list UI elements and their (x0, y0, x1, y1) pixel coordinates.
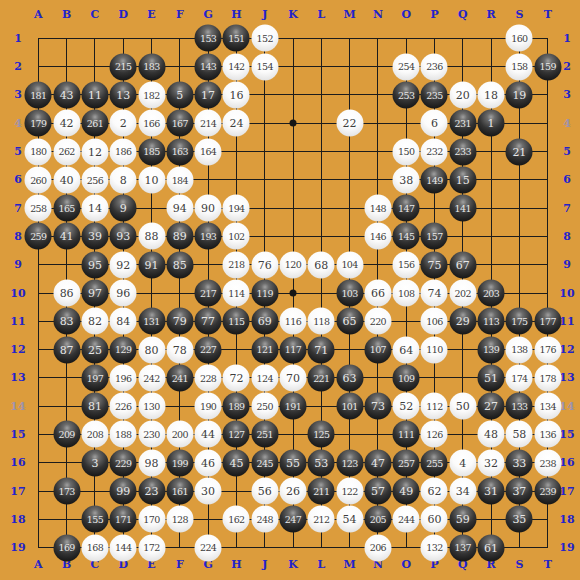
point-G14[interactable]: 190 (194, 392, 222, 420)
point-D11[interactable]: 84 (109, 307, 137, 335)
point-H10[interactable]: 114 (222, 279, 250, 307)
point-N1[interactable] (364, 24, 392, 52)
point-M11[interactable]: 65 (335, 307, 363, 335)
point-Q12[interactable] (449, 335, 477, 363)
point-K7[interactable] (279, 194, 307, 222)
point-K3[interactable] (279, 81, 307, 109)
point-S8[interactable] (505, 222, 533, 250)
point-F10[interactable] (166, 279, 194, 307)
point-D16[interactable]: 229 (109, 449, 137, 477)
point-R18[interactable] (477, 505, 505, 533)
point-C14[interactable]: 81 (81, 392, 109, 420)
point-M3[interactable] (335, 81, 363, 109)
point-G8[interactable]: 193 (194, 222, 222, 250)
point-K14[interactable]: 191 (279, 392, 307, 420)
point-J1[interactable]: 152 (251, 24, 279, 52)
point-B5[interactable]: 262 (52, 137, 80, 165)
point-F16[interactable]: 199 (166, 449, 194, 477)
point-G16[interactable]: 46 (194, 449, 222, 477)
point-F15[interactable]: 200 (166, 420, 194, 448)
point-R15[interactable]: 48 (477, 420, 505, 448)
point-R14[interactable]: 27 (477, 392, 505, 420)
point-H5[interactable] (222, 137, 250, 165)
point-F3[interactable]: 5 (166, 81, 194, 109)
point-B3[interactable]: 43 (52, 81, 80, 109)
point-P4[interactable]: 6 (420, 109, 448, 137)
point-L6[interactable] (307, 166, 335, 194)
point-G4[interactable]: 214 (194, 109, 222, 137)
point-N6[interactable] (364, 166, 392, 194)
point-B11[interactable]: 83 (52, 307, 80, 335)
point-L5[interactable] (307, 137, 335, 165)
point-H14[interactable]: 189 (222, 392, 250, 420)
point-S13[interactable]: 174 (505, 364, 533, 392)
point-Q4[interactable]: 231 (449, 109, 477, 137)
point-N12[interactable]: 107 (364, 335, 392, 363)
point-L10[interactable] (307, 279, 335, 307)
point-P10[interactable]: 74 (420, 279, 448, 307)
point-D3[interactable]: 13 (109, 81, 137, 109)
point-S1[interactable]: 160 (505, 24, 533, 52)
point-L13[interactable]: 221 (307, 364, 335, 392)
point-C9[interactable]: 95 (81, 251, 109, 279)
point-N18[interactable]: 205 (364, 505, 392, 533)
point-D13[interactable]: 196 (109, 364, 137, 392)
point-M5[interactable] (335, 137, 363, 165)
point-E15[interactable]: 230 (137, 420, 165, 448)
point-O11[interactable] (392, 307, 420, 335)
point-M1[interactable] (335, 24, 363, 52)
point-L3[interactable] (307, 81, 335, 109)
point-H9[interactable]: 218 (222, 251, 250, 279)
point-F9[interactable]: 85 (166, 251, 194, 279)
point-F8[interactable]: 89 (166, 222, 194, 250)
point-M13[interactable]: 63 (335, 364, 363, 392)
point-N3[interactable] (364, 81, 392, 109)
point-R9[interactable] (477, 251, 505, 279)
point-F6[interactable]: 184 (166, 166, 194, 194)
point-H16[interactable]: 45 (222, 449, 250, 477)
point-B18[interactable] (52, 505, 80, 533)
point-B7[interactable]: 165 (52, 194, 80, 222)
point-O15[interactable]: 111 (392, 420, 420, 448)
point-L16[interactable]: 53 (307, 449, 335, 477)
point-H7[interactable]: 194 (222, 194, 250, 222)
point-E4[interactable]: 166 (137, 109, 165, 137)
point-S3[interactable]: 19 (505, 81, 533, 109)
point-S11[interactable]: 175 (505, 307, 533, 335)
point-N17[interactable]: 57 (364, 477, 392, 505)
point-L18[interactable]: 212 (307, 505, 335, 533)
point-O2[interactable]: 254 (392, 52, 420, 80)
point-K18[interactable]: 247 (279, 505, 307, 533)
point-G18[interactable] (194, 505, 222, 533)
point-E16[interactable]: 98 (137, 449, 165, 477)
point-F11[interactable]: 79 (166, 307, 194, 335)
point-R1[interactable] (477, 24, 505, 52)
point-J15[interactable]: 251 (251, 420, 279, 448)
point-N13[interactable] (364, 364, 392, 392)
point-M16[interactable]: 123 (335, 449, 363, 477)
point-R4[interactable]: 1 (477, 109, 505, 137)
point-M8[interactable] (335, 222, 363, 250)
point-O3[interactable]: 253 (392, 81, 420, 109)
point-O8[interactable]: 145 (392, 222, 420, 250)
point-H18[interactable]: 162 (222, 505, 250, 533)
point-B10[interactable]: 86 (52, 279, 80, 307)
point-G9[interactable] (194, 251, 222, 279)
point-M6[interactable] (335, 166, 363, 194)
point-K15[interactable] (279, 420, 307, 448)
point-R6[interactable] (477, 166, 505, 194)
point-F7[interactable]: 94 (166, 194, 194, 222)
point-P6[interactable]: 149 (420, 166, 448, 194)
point-D1[interactable] (109, 24, 137, 52)
point-Q3[interactable]: 20 (449, 81, 477, 109)
point-J13[interactable]: 124 (251, 364, 279, 392)
point-K6[interactable] (279, 166, 307, 194)
point-H8[interactable]: 102 (222, 222, 250, 250)
point-J2[interactable]: 154 (251, 52, 279, 80)
point-R11[interactable]: 113 (477, 307, 505, 335)
point-E6[interactable]: 10 (137, 166, 165, 194)
point-E5[interactable]: 185 (137, 137, 165, 165)
point-E10[interactable] (137, 279, 165, 307)
point-Q10[interactable]: 202 (449, 279, 477, 307)
point-C8[interactable]: 39 (81, 222, 109, 250)
point-S15[interactable]: 58 (505, 420, 533, 448)
point-D5[interactable]: 186 (109, 137, 137, 165)
point-P15[interactable]: 126 (420, 420, 448, 448)
point-D10[interactable]: 96 (109, 279, 137, 307)
point-C7[interactable]: 14 (81, 194, 109, 222)
point-C1[interactable] (81, 24, 109, 52)
point-A6[interactable]: 260 (24, 166, 52, 194)
point-F4[interactable]: 167 (166, 109, 194, 137)
point-O1[interactable] (392, 24, 420, 52)
point-E17[interactable]: 23 (137, 477, 165, 505)
point-O9[interactable]: 156 (392, 251, 420, 279)
point-H11[interactable]: 115 (222, 307, 250, 335)
point-O5[interactable]: 150 (392, 137, 420, 165)
point-N14[interactable]: 73 (364, 392, 392, 420)
point-S4[interactable] (505, 109, 533, 137)
point-P3[interactable]: 235 (420, 81, 448, 109)
point-Q16[interactable]: 4 (449, 449, 477, 477)
point-N10[interactable]: 66 (364, 279, 392, 307)
point-D14[interactable]: 226 (109, 392, 137, 420)
point-C5[interactable]: 12 (81, 137, 109, 165)
point-G5[interactable]: 164 (194, 137, 222, 165)
point-Q17[interactable]: 34 (449, 477, 477, 505)
point-B9[interactable] (52, 251, 80, 279)
point-J14[interactable]: 250 (251, 392, 279, 420)
point-S17[interactable]: 37 (505, 477, 533, 505)
point-F2[interactable] (166, 52, 194, 80)
point-E18[interactable]: 170 (137, 505, 165, 533)
point-H2[interactable]: 142 (222, 52, 250, 80)
point-A3[interactable]: 181 (24, 81, 52, 109)
point-K2[interactable] (279, 52, 307, 80)
point-Q15[interactable] (449, 420, 477, 448)
go-board-grid[interactable]: 1531511521602151831431421542542361581591… (24, 24, 562, 562)
point-B14[interactable] (52, 392, 80, 420)
point-E3[interactable]: 182 (137, 81, 165, 109)
point-G1[interactable]: 153 (194, 24, 222, 52)
point-C13[interactable]: 197 (81, 364, 109, 392)
point-D12[interactable]: 129 (109, 335, 137, 363)
point-J5[interactable] (251, 137, 279, 165)
point-H1[interactable]: 151 (222, 24, 250, 52)
point-O16[interactable]: 257 (392, 449, 420, 477)
point-E8[interactable]: 88 (137, 222, 165, 250)
point-J9[interactable]: 76 (251, 251, 279, 279)
point-R13[interactable]: 51 (477, 364, 505, 392)
point-K1[interactable] (279, 24, 307, 52)
point-B12[interactable]: 87 (52, 335, 80, 363)
point-N16[interactable]: 47 (364, 449, 392, 477)
point-A5[interactable]: 180 (24, 137, 52, 165)
point-Q5[interactable]: 233 (449, 137, 477, 165)
point-M17[interactable]: 122 (335, 477, 363, 505)
point-P13[interactable] (420, 364, 448, 392)
point-C11[interactable]: 82 (81, 307, 109, 335)
point-S14[interactable]: 133 (505, 392, 533, 420)
point-R8[interactable] (477, 222, 505, 250)
point-S10[interactable] (505, 279, 533, 307)
point-H12[interactable] (222, 335, 250, 363)
point-J18[interactable]: 248 (251, 505, 279, 533)
point-M10[interactable]: 103 (335, 279, 363, 307)
point-Q18[interactable]: 59 (449, 505, 477, 533)
point-K4[interactable] (279, 109, 307, 137)
point-A4[interactable]: 179 (24, 109, 52, 137)
point-M7[interactable] (335, 194, 363, 222)
point-K12[interactable]: 117 (279, 335, 307, 363)
point-G10[interactable]: 217 (194, 279, 222, 307)
point-A7[interactable]: 258 (24, 194, 52, 222)
point-O12[interactable]: 64 (392, 335, 420, 363)
point-C2[interactable] (81, 52, 109, 80)
point-N15[interactable] (364, 420, 392, 448)
point-F18[interactable]: 128 (166, 505, 194, 533)
point-B4[interactable]: 42 (52, 109, 80, 137)
point-S12[interactable]: 138 (505, 335, 533, 363)
point-B2[interactable] (52, 52, 80, 80)
point-L14[interactable] (307, 392, 335, 420)
point-H6[interactable] (222, 166, 250, 194)
point-P14[interactable]: 112 (420, 392, 448, 420)
point-Q1[interactable] (449, 24, 477, 52)
point-D17[interactable]: 99 (109, 477, 137, 505)
point-D7[interactable]: 9 (109, 194, 137, 222)
point-C12[interactable]: 25 (81, 335, 109, 363)
point-D15[interactable]: 188 (109, 420, 137, 448)
point-Q7[interactable]: 141 (449, 194, 477, 222)
point-D4[interactable]: 2 (109, 109, 137, 137)
point-C4[interactable]: 261 (81, 109, 109, 137)
point-A8[interactable]: 259 (24, 222, 52, 250)
point-F5[interactable]: 163 (166, 137, 194, 165)
point-R3[interactable]: 18 (477, 81, 505, 109)
point-C6[interactable]: 256 (81, 166, 109, 194)
point-F14[interactable] (166, 392, 194, 420)
point-L1[interactable] (307, 24, 335, 52)
point-S6[interactable] (505, 166, 533, 194)
point-O10[interactable]: 108 (392, 279, 420, 307)
point-L4[interactable] (307, 109, 335, 137)
point-C15[interactable]: 208 (81, 420, 109, 448)
point-J7[interactable] (251, 194, 279, 222)
point-J6[interactable] (251, 166, 279, 194)
point-M4[interactable]: 22 (335, 109, 363, 137)
point-B15[interactable]: 209 (52, 420, 80, 448)
point-G12[interactable]: 227 (194, 335, 222, 363)
point-P5[interactable]: 232 (420, 137, 448, 165)
point-G2[interactable]: 143 (194, 52, 222, 80)
point-J12[interactable]: 121 (251, 335, 279, 363)
point-G13[interactable]: 228 (194, 364, 222, 392)
point-K8[interactable] (279, 222, 307, 250)
point-O14[interactable]: 52 (392, 392, 420, 420)
point-B1[interactable] (52, 24, 80, 52)
point-O4[interactable] (392, 109, 420, 137)
point-Q2[interactable] (449, 52, 477, 80)
point-B13[interactable] (52, 364, 80, 392)
point-H17[interactable] (222, 477, 250, 505)
point-N5[interactable] (364, 137, 392, 165)
point-B17[interactable]: 173 (52, 477, 80, 505)
point-D6[interactable]: 8 (109, 166, 137, 194)
point-K9[interactable]: 120 (279, 251, 307, 279)
point-B6[interactable]: 40 (52, 166, 80, 194)
point-L7[interactable] (307, 194, 335, 222)
point-S18[interactable]: 35 (505, 505, 533, 533)
point-N8[interactable]: 146 (364, 222, 392, 250)
point-R5[interactable] (477, 137, 505, 165)
point-B16[interactable] (52, 449, 80, 477)
point-M2[interactable] (335, 52, 363, 80)
point-Q6[interactable]: 15 (449, 166, 477, 194)
point-C10[interactable]: 97 (81, 279, 109, 307)
point-R12[interactable]: 139 (477, 335, 505, 363)
point-C3[interactable]: 11 (81, 81, 109, 109)
point-J4[interactable] (251, 109, 279, 137)
point-K10[interactable] (279, 279, 307, 307)
point-R17[interactable]: 31 (477, 477, 505, 505)
point-P12[interactable]: 110 (420, 335, 448, 363)
point-P7[interactable] (420, 194, 448, 222)
point-M18[interactable]: 54 (335, 505, 363, 533)
point-G11[interactable]: 77 (194, 307, 222, 335)
point-N11[interactable]: 220 (364, 307, 392, 335)
point-G7[interactable]: 90 (194, 194, 222, 222)
point-G15[interactable]: 44 (194, 420, 222, 448)
point-G17[interactable]: 30 (194, 477, 222, 505)
point-F17[interactable]: 161 (166, 477, 194, 505)
point-R2[interactable] (477, 52, 505, 80)
point-Q11[interactable]: 29 (449, 307, 477, 335)
point-P8[interactable]: 157 (420, 222, 448, 250)
point-Q9[interactable]: 67 (449, 251, 477, 279)
point-J10[interactable]: 119 (251, 279, 279, 307)
point-N4[interactable] (364, 109, 392, 137)
point-S2[interactable]: 158 (505, 52, 533, 80)
point-P16[interactable]: 255 (420, 449, 448, 477)
point-H4[interactable]: 24 (222, 109, 250, 137)
point-C18[interactable]: 155 (81, 505, 109, 533)
point-R10[interactable]: 203 (477, 279, 505, 307)
point-S5[interactable]: 21 (505, 137, 533, 165)
point-N7[interactable]: 148 (364, 194, 392, 222)
point-J17[interactable]: 56 (251, 477, 279, 505)
point-D2[interactable]: 215 (109, 52, 137, 80)
point-J16[interactable]: 245 (251, 449, 279, 477)
point-K17[interactable]: 26 (279, 477, 307, 505)
point-P9[interactable]: 75 (420, 251, 448, 279)
point-M12[interactable] (335, 335, 363, 363)
point-B8[interactable]: 41 (52, 222, 80, 250)
point-P11[interactable]: 106 (420, 307, 448, 335)
point-S7[interactable] (505, 194, 533, 222)
point-P17[interactable]: 62 (420, 477, 448, 505)
point-P1[interactable] (420, 24, 448, 52)
point-H13[interactable]: 72 (222, 364, 250, 392)
point-Q13[interactable] (449, 364, 477, 392)
point-O7[interactable]: 147 (392, 194, 420, 222)
point-L8[interactable] (307, 222, 335, 250)
point-K16[interactable]: 55 (279, 449, 307, 477)
point-E12[interactable]: 80 (137, 335, 165, 363)
point-P2[interactable]: 236 (420, 52, 448, 80)
point-M15[interactable] (335, 420, 363, 448)
point-D8[interactable]: 93 (109, 222, 137, 250)
point-N9[interactable] (364, 251, 392, 279)
point-Q14[interactable]: 50 (449, 392, 477, 420)
point-L17[interactable]: 211 (307, 477, 335, 505)
point-F13[interactable]: 241 (166, 364, 194, 392)
point-E14[interactable]: 130 (137, 392, 165, 420)
point-F1[interactable] (166, 24, 194, 52)
point-E13[interactable]: 242 (137, 364, 165, 392)
point-E11[interactable]: 131 (137, 307, 165, 335)
point-N2[interactable] (364, 52, 392, 80)
point-H15[interactable]: 127 (222, 420, 250, 448)
point-O17[interactable]: 49 (392, 477, 420, 505)
point-F12[interactable]: 78 (166, 335, 194, 363)
point-K13[interactable]: 70 (279, 364, 307, 392)
point-G3[interactable]: 17 (194, 81, 222, 109)
point-S9[interactable] (505, 251, 533, 279)
point-H3[interactable]: 16 (222, 81, 250, 109)
point-K11[interactable]: 116 (279, 307, 307, 335)
point-S16[interactable]: 33 (505, 449, 533, 477)
point-R7[interactable] (477, 194, 505, 222)
point-L12[interactable]: 71 (307, 335, 335, 363)
point-M9[interactable]: 104 (335, 251, 363, 279)
point-L9[interactable]: 68 (307, 251, 335, 279)
point-O13[interactable]: 109 (392, 364, 420, 392)
point-E9[interactable]: 91 (137, 251, 165, 279)
point-O18[interactable]: 244 (392, 505, 420, 533)
point-K5[interactable] (279, 137, 307, 165)
point-G6[interactable] (194, 166, 222, 194)
point-P18[interactable]: 60 (420, 505, 448, 533)
point-E1[interactable] (137, 24, 165, 52)
point-L2[interactable] (307, 52, 335, 80)
point-J8[interactable] (251, 222, 279, 250)
point-E2[interactable]: 183 (137, 52, 165, 80)
